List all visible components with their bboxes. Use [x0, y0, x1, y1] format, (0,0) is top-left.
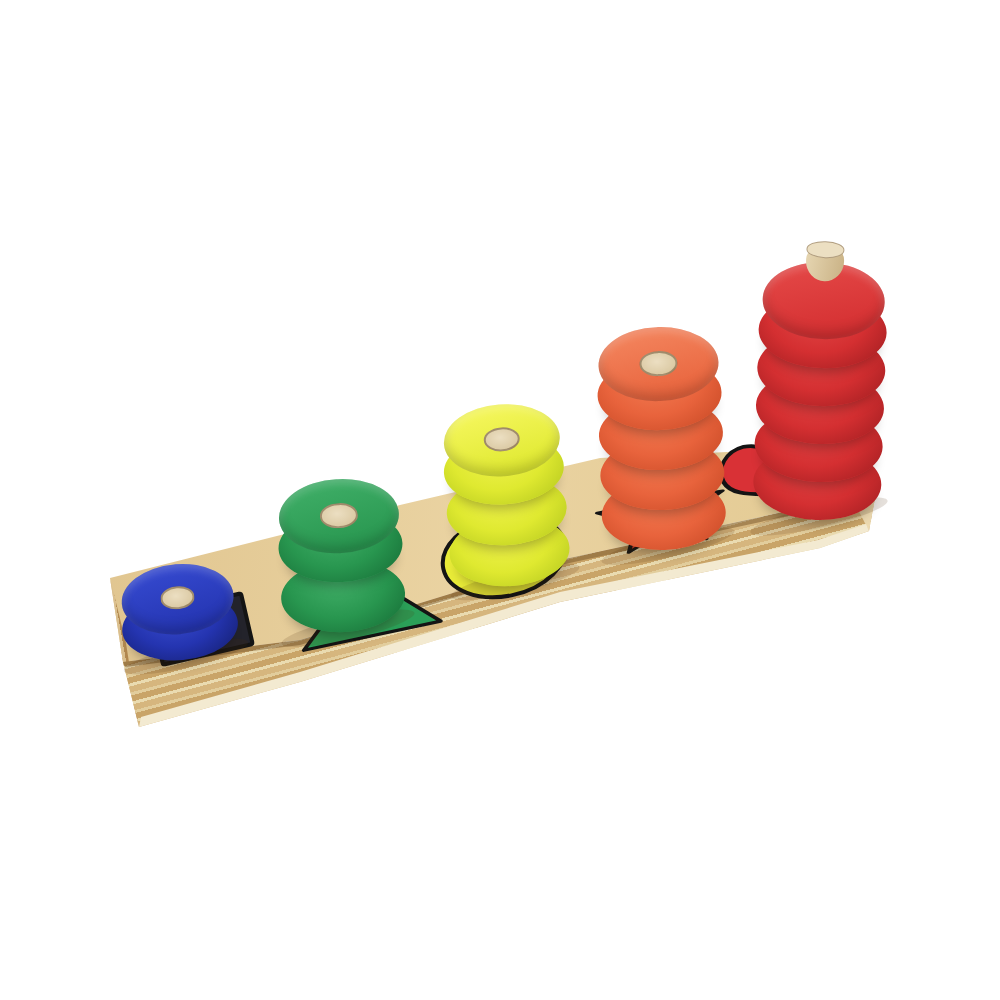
stack-green — [275, 476, 407, 635]
peg-top — [806, 240, 845, 258]
stack-yellow — [439, 400, 571, 590]
ring-stacks-layer — [0, 0, 1000, 1000]
stack-orange — [595, 325, 727, 552]
stack-blue — [117, 559, 241, 665]
stack-red — [752, 260, 889, 523]
toy-photo-scene — [0, 0, 1000, 1000]
